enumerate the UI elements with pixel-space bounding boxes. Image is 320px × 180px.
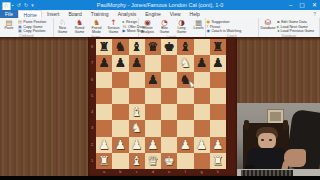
white-bishop-c4[interactable]: ♝ (129, 104, 145, 120)
white-rook-a1[interactable]: ♜ (96, 153, 112, 169)
square-c1[interactable]: ♝ (129, 153, 145, 169)
file-labels: abcdefgh (96, 168, 226, 176)
ribbon-group-game: ♘New Game♞Rated Game♞Friend Mode↑Serious… (54, 18, 139, 37)
square-b6[interactable] (112, 72, 128, 88)
square-h1[interactable]: ♜ (210, 153, 226, 169)
square-h5[interactable] (210, 88, 226, 104)
boy-face (258, 133, 276, 149)
black-knight-b8[interactable]: ♞ (112, 39, 128, 55)
square-f7[interactable]: ♞ (177, 55, 193, 71)
button-label: New Game (55, 27, 71, 35)
close-button[interactable]: ✕ (312, 0, 317, 10)
help-button[interactable]: ? (309, 10, 320, 18)
square-g3[interactable] (194, 120, 210, 136)
rank-label: 8 (88, 39, 96, 55)
square-h8[interactable]: ♜ (210, 39, 226, 55)
square-d1[interactable]: ♛ (145, 153, 161, 169)
suggestion-button[interactable]: ●Suggestion (207, 20, 242, 24)
chess-board: 87654321 abcdefgh ♜♞♝♛♚♝♜♟♟♟♞♟♟♟♞♝♞♟♟♟♟♟… (88, 37, 237, 177)
button-label: Database (260, 27, 276, 31)
square-c7[interactable]: ♟ (129, 55, 145, 71)
button-label: Suggestion (212, 20, 230, 24)
tab-view[interactable]: View (165, 10, 185, 18)
levels-button[interactable]: ▦Levels (191, 19, 207, 31)
ribbon-group-database: ⛁Database▪Edit Game Data▸Load Next Game◂… (259, 18, 320, 37)
file-label: g (194, 168, 210, 176)
square-b1[interactable] (112, 153, 128, 169)
square-a1[interactable]: ♜ (96, 153, 112, 169)
paste-position-button[interactable]: ▤Paste Position (18, 20, 46, 24)
square-g1[interactable] (194, 153, 210, 169)
square-a8[interactable]: ♜ (96, 39, 112, 55)
square-h4[interactable] (210, 104, 226, 120)
white-king-e1[interactable]: ♚ (161, 153, 177, 169)
friend-mode-button[interactable]: ♞Friend Mode (89, 19, 105, 35)
button-label: Load Next Game (281, 25, 308, 29)
file-tab[interactable]: File (0, 10, 18, 18)
file-label: b (112, 168, 128, 176)
square-d8[interactable]: ♛ (145, 39, 161, 55)
white-pawn-g2[interactable]: ♟ (194, 137, 210, 153)
square-e7[interactable] (161, 55, 177, 71)
ribbon: ▤Paste▤Paste Position▣Copy Game▣Copy Pos… (0, 18, 320, 37)
boy-eye-right (269, 139, 272, 141)
square-e2[interactable] (161, 137, 177, 153)
square-f2[interactable]: ♟ (177, 137, 193, 153)
tab-analysis[interactable]: Analysis (113, 10, 141, 18)
file-label: h (210, 168, 226, 176)
white-knight-f7[interactable]: ♞ (177, 55, 193, 71)
square-g6[interactable] (194, 72, 210, 88)
button-label: Long Game (174, 27, 190, 35)
button-label: Paste (1, 27, 17, 31)
square-c2[interactable]: ♟ (129, 137, 145, 153)
copy-game-button[interactable]: ▣Copy Game (18, 25, 46, 29)
square-c6[interactable] (129, 72, 145, 88)
black-bishop-c8[interactable]: ♝ (129, 39, 145, 55)
tab-help[interactable]: Help (185, 10, 204, 18)
edit-game-data-button[interactable]: ▪Edit Game Data (277, 20, 314, 24)
square-h2[interactable]: ♟ (210, 137, 226, 153)
rank-label: 7 (88, 55, 96, 71)
square-f4[interactable] (177, 104, 193, 120)
button-label: Friend Mode (89, 27, 105, 35)
maximize-button[interactable]: ▢ (299, 0, 305, 10)
rank-label: 5 (88, 88, 96, 104)
white-pawn-a2[interactable]: ♟ (96, 137, 112, 153)
button-label: Infinite Analysis (140, 27, 156, 35)
square-c5[interactable] (129, 88, 145, 104)
long-game-button[interactable]: ◑Long Game (174, 19, 190, 35)
square-g5[interactable] (194, 88, 210, 104)
square-g8[interactable] (194, 39, 210, 55)
black-pawn-d6[interactable]: ♟ (145, 72, 161, 88)
file-label: e (161, 168, 177, 176)
threat-button[interactable]: !Threat (207, 25, 242, 29)
black-bishop-f8[interactable]: ♝ (177, 39, 193, 55)
serious-game-button[interactable]: ↑Serious Game (106, 19, 122, 35)
file-label: a (96, 168, 112, 176)
white-pawn-b2[interactable]: ♟ (112, 137, 128, 153)
blitz-game-button[interactable]: ◔Blitz Game (157, 19, 173, 35)
load-next-game-button[interactable]: ▸Load Next Game (277, 25, 314, 29)
white-pawn-h2[interactable]: ♟ (210, 137, 226, 153)
ribbon-group-clipboard: ▤Paste▤Paste Position▣Copy Game▣Copy Pos… (0, 18, 54, 37)
square-a7[interactable]: ♟ (96, 55, 112, 71)
square-b8[interactable]: ♞ (112, 39, 128, 55)
database-button[interactable]: ⛁Database (260, 19, 276, 31)
black-pawn-h7[interactable]: ♟ (210, 55, 226, 71)
black-pawn-a7[interactable]: ♟ (96, 55, 112, 71)
square-f5[interactable] (177, 88, 193, 104)
play-icon: ▶ (123, 29, 126, 33)
white-pawn-f2[interactable]: ♟ (177, 137, 193, 153)
black-rook-h8[interactable]: ♜ (210, 39, 226, 55)
square-e5[interactable] (161, 88, 177, 104)
white-pawn-c2[interactable]: ♟ (129, 137, 145, 153)
square-d7[interactable] (145, 55, 161, 71)
file-label: c (129, 168, 145, 176)
square-f8[interactable]: ♝ (177, 39, 193, 55)
webcam-overlay (237, 103, 320, 177)
rank-label: 4 (88, 104, 96, 120)
white-pawn-d2[interactable]: ♟ (145, 137, 161, 153)
square-b7[interactable]: ♟ (112, 55, 128, 71)
rank-label: 3 (88, 120, 96, 136)
black-pawn-g7[interactable]: ♟ (194, 55, 210, 71)
file-label: f (177, 168, 193, 176)
microphone (245, 165, 255, 169)
black-queen-d8[interactable]: ♛ (145, 39, 161, 55)
square-d4[interactable] (145, 104, 161, 120)
tab-home[interactable]: Home (18, 10, 42, 18)
white-rook-h1[interactable]: ♜ (210, 153, 226, 169)
tab-training[interactable]: Training (86, 10, 113, 18)
square-a2[interactable]: ♟ (96, 137, 112, 153)
rank-label: 2 (88, 137, 96, 153)
button-label: Blitz Game (157, 27, 173, 35)
square-d5[interactable] (145, 88, 161, 104)
white-knight-c3[interactable]: ♞ (129, 120, 145, 136)
square-h7[interactable]: ♟ (210, 55, 226, 71)
square-g4[interactable] (194, 104, 210, 120)
square-d6[interactable]: ♟ (145, 72, 161, 88)
minimize-button[interactable]: – (289, 0, 292, 10)
tab-insert[interactable]: Insert (42, 10, 64, 18)
white-queen-d1[interactable]: ♛ (145, 153, 161, 169)
square-b3[interactable] (112, 120, 128, 136)
button-label: Resign (126, 20, 137, 24)
square-a3[interactable] (96, 120, 112, 136)
button-label: Levels (191, 27, 207, 31)
letterbox-bar (0, 176, 320, 180)
tab-board[interactable]: Board (64, 10, 86, 18)
square-h6[interactable] (210, 72, 226, 88)
title-bar: ♘ ▪ ↺ ↻ ▾ PaulMorphy - Jones/Famous Lond… (0, 0, 320, 10)
rank-labels: 87654321 (88, 39, 96, 169)
square-c8[interactable]: ♝ (129, 39, 145, 55)
square-e3[interactable] (161, 120, 177, 136)
square-e6[interactable] (161, 72, 177, 88)
square-b4[interactable] (112, 104, 128, 120)
ribbon-group-levels: ◉Infinite Analysis◔Blitz Game◑Long Game▦… (139, 18, 206, 37)
new-game-button[interactable]: ♘New Game (55, 19, 71, 35)
square-f3[interactable] (177, 120, 193, 136)
button-label: Copy Game (23, 25, 42, 29)
square-g7[interactable]: ♟ (194, 55, 210, 71)
ribbon-group-coach: ●Suggestion!Threat◉Coach is WatchingCoac… (206, 18, 260, 37)
rated-game-button[interactable]: ♞Rated Game (72, 19, 88, 35)
square-h3[interactable] (210, 120, 226, 136)
square-e1[interactable]: ♚ (161, 153, 177, 169)
square-d2[interactable]: ♟ (145, 137, 161, 153)
black-pawn-b7[interactable]: ♟ (112, 55, 128, 71)
black-pawn-c7[interactable]: ♟ (129, 55, 145, 71)
square-a5[interactable] (96, 88, 112, 104)
square-c3[interactable]: ♞ (129, 120, 145, 136)
button-label: Paste Position (23, 20, 46, 24)
picture-frame (267, 109, 284, 124)
square-e8[interactable]: ♚ (161, 39, 177, 55)
square-f1[interactable] (177, 153, 193, 169)
paste-button[interactable]: ▤Paste (1, 19, 17, 31)
square-b2[interactable]: ♟ (112, 137, 128, 153)
black-king-e8[interactable]: ♚ (161, 39, 177, 55)
button-label: Serious Game (106, 27, 122, 35)
file-label: d (145, 168, 161, 176)
square-g2[interactable]: ♟ (194, 137, 210, 153)
infinite-analysis-button[interactable]: ◉Infinite Analysis (140, 19, 156, 35)
square-a4[interactable] (96, 104, 112, 120)
rank-label: 6 (88, 72, 96, 88)
rank-label: 1 (88, 153, 96, 169)
window-title: PaulMorphy - Jones/Famous London Cal (co… (0, 1, 320, 9)
square-b5[interactable] (112, 88, 128, 104)
ribbon-tabs: HomeInsertBoardTrainingAnalysisEngineVie… (18, 10, 204, 18)
square-a6[interactable] (96, 72, 112, 88)
tab-engine[interactable]: Engine (141, 10, 166, 18)
button-label: Edit Game Data (281, 20, 307, 24)
board-squares: ♜♞♝♛♚♝♜♟♟♟♞♟♟♟♞♝♞♟♟♟♟♟♟♟♜♝♛♚♜ (96, 39, 226, 169)
boy-eye-left (261, 139, 264, 141)
button-label: Threat (210, 25, 220, 29)
white-bishop-c1[interactable]: ♝ (129, 153, 145, 169)
square-c4[interactable]: ♝ (129, 104, 145, 120)
black-rook-a8[interactable]: ♜ (96, 39, 112, 55)
square-e4[interactable] (161, 104, 177, 120)
square-d3[interactable] (145, 120, 161, 136)
button-label: Rated Game (72, 27, 88, 35)
